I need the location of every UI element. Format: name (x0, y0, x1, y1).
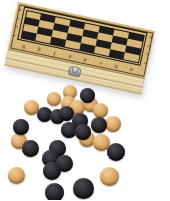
checker-light[interactable] (100, 167, 119, 186)
checker-dark[interactable] (75, 124, 91, 140)
checker-dark[interactable] (43, 162, 61, 180)
checker-dark[interactable] (107, 143, 125, 161)
checker-light[interactable] (93, 103, 108, 118)
checker-light[interactable] (8, 167, 25, 184)
checker-dark[interactable] (22, 140, 39, 157)
product-photo: 4321 4321 abcdefgh (0, 0, 170, 200)
checker-dark[interactable] (91, 117, 107, 133)
checker-dark[interactable] (13, 119, 29, 135)
checker-light[interactable] (105, 116, 121, 132)
scattered-checkers (0, 0, 170, 200)
checker-dark[interactable] (73, 178, 94, 199)
checker-dark[interactable] (80, 88, 95, 103)
checker-light[interactable] (47, 92, 61, 106)
checker-dark[interactable] (45, 183, 64, 201)
